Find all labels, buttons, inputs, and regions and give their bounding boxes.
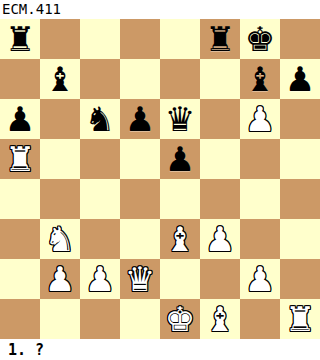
- square-e2[interactable]: [160, 259, 200, 299]
- square-a7[interactable]: [0, 59, 40, 99]
- square-f6[interactable]: [200, 99, 240, 139]
- square-e1[interactable]: ♚: [160, 299, 200, 339]
- square-f7[interactable]: [200, 59, 240, 99]
- square-a5[interactable]: ♜: [0, 139, 40, 179]
- status-bar: 1. ?: [0, 339, 320, 360]
- square-a3[interactable]: [0, 219, 40, 259]
- square-d8[interactable]: [120, 19, 160, 59]
- white-bishop-icon: ♝: [160, 219, 200, 259]
- white-bishop-icon: ♝: [200, 299, 240, 339]
- square-d7[interactable]: [120, 59, 160, 99]
- square-f8[interactable]: ♜: [200, 19, 240, 59]
- square-h1[interactable]: ♜: [280, 299, 320, 339]
- square-a1[interactable]: [0, 299, 40, 339]
- white-queen-icon: ♛: [120, 259, 160, 299]
- square-c2[interactable]: ♟: [80, 259, 120, 299]
- square-d3[interactable]: [120, 219, 160, 259]
- black-rook-icon: ♜: [200, 19, 240, 59]
- square-a8[interactable]: ♜: [0, 19, 40, 59]
- square-g8[interactable]: ♚: [240, 19, 280, 59]
- title-bar: ECM.411: [0, 0, 320, 19]
- square-e8[interactable]: [160, 19, 200, 59]
- black-queen-icon: ♛: [160, 99, 200, 139]
- square-g7[interactable]: ♝: [240, 59, 280, 99]
- move-prompt: 1. ?: [0, 341, 44, 359]
- square-g6[interactable]: ♟: [240, 99, 280, 139]
- square-b8[interactable]: [40, 19, 80, 59]
- square-f3[interactable]: ♟: [200, 219, 240, 259]
- square-b2[interactable]: ♟: [40, 259, 80, 299]
- square-c7[interactable]: [80, 59, 120, 99]
- square-e3[interactable]: ♝: [160, 219, 200, 259]
- black-bishop-icon: ♝: [240, 59, 280, 99]
- square-a6[interactable]: ♟: [0, 99, 40, 139]
- square-e4[interactable]: [160, 179, 200, 219]
- square-a4[interactable]: [0, 179, 40, 219]
- square-g2[interactable]: ♟: [240, 259, 280, 299]
- square-b3[interactable]: ♞: [40, 219, 80, 259]
- square-d1[interactable]: [120, 299, 160, 339]
- square-c4[interactable]: [80, 179, 120, 219]
- square-b6[interactable]: [40, 99, 80, 139]
- black-king-icon: ♚: [240, 19, 280, 59]
- black-rook-icon: ♜: [0, 19, 40, 59]
- square-h6[interactable]: [280, 99, 320, 139]
- black-knight-icon: ♞: [80, 99, 120, 139]
- white-pawn-icon: ♟: [200, 219, 240, 259]
- square-b4[interactable]: [40, 179, 80, 219]
- square-h4[interactable]: [280, 179, 320, 219]
- square-c6[interactable]: ♞: [80, 99, 120, 139]
- square-c1[interactable]: [80, 299, 120, 339]
- square-b7[interactable]: ♝: [40, 59, 80, 99]
- square-g1[interactable]: [240, 299, 280, 339]
- white-knight-icon: ♞: [40, 219, 80, 259]
- square-g3[interactable]: [240, 219, 280, 259]
- square-h3[interactable]: [280, 219, 320, 259]
- black-pawn-icon: ♟: [120, 99, 160, 139]
- square-c5[interactable]: [80, 139, 120, 179]
- square-f1[interactable]: ♝: [200, 299, 240, 339]
- square-e5[interactable]: ♟: [160, 139, 200, 179]
- square-d6[interactable]: ♟: [120, 99, 160, 139]
- square-c8[interactable]: [80, 19, 120, 59]
- black-pawn-icon: ♟: [280, 59, 320, 99]
- square-c3[interactable]: [80, 219, 120, 259]
- square-f5[interactable]: [200, 139, 240, 179]
- white-king-icon: ♚: [160, 299, 200, 339]
- square-d2[interactable]: ♛: [120, 259, 160, 299]
- square-f2[interactable]: [200, 259, 240, 299]
- square-e6[interactable]: ♛: [160, 99, 200, 139]
- white-pawn-icon: ♟: [240, 99, 280, 139]
- white-rook-icon: ♜: [0, 139, 40, 179]
- square-h2[interactable]: [280, 259, 320, 299]
- square-b1[interactable]: [40, 299, 80, 339]
- square-d5[interactable]: [120, 139, 160, 179]
- square-e7[interactable]: [160, 59, 200, 99]
- square-a2[interactable]: [0, 259, 40, 299]
- puzzle-title: ECM.411: [0, 1, 61, 18]
- black-pawn-icon: ♟: [160, 139, 200, 179]
- square-g4[interactable]: [240, 179, 280, 219]
- square-h5[interactable]: [280, 139, 320, 179]
- black-bishop-icon: ♝: [40, 59, 80, 99]
- square-b5[interactable]: [40, 139, 80, 179]
- square-h7[interactable]: ♟: [280, 59, 320, 99]
- white-pawn-icon: ♟: [80, 259, 120, 299]
- white-pawn-icon: ♟: [240, 259, 280, 299]
- square-g5[interactable]: [240, 139, 280, 179]
- white-rook-icon: ♜: [280, 299, 320, 339]
- chess-board: ♜♜♚♝♝♟♟♞♟♛♟♜♟♞♝♟♟♟♛♟♚♝♜: [0, 19, 320, 339]
- white-pawn-icon: ♟: [40, 259, 80, 299]
- square-d4[interactable]: [120, 179, 160, 219]
- square-h8[interactable]: [280, 19, 320, 59]
- square-f4[interactable]: [200, 179, 240, 219]
- black-pawn-icon: ♟: [0, 99, 40, 139]
